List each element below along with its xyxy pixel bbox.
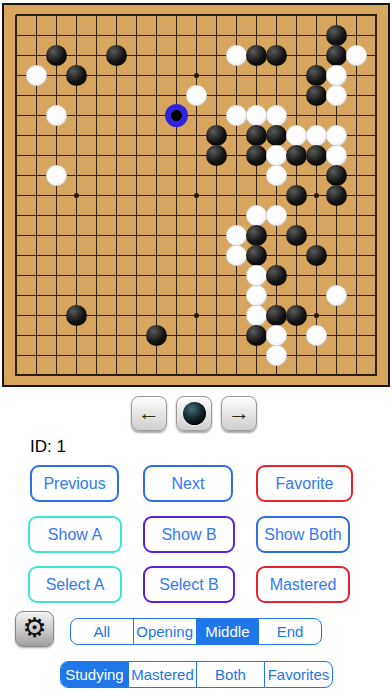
black-stone — [306, 145, 327, 166]
black-stone — [266, 265, 287, 286]
previous-button[interactable]: Previous — [30, 465, 119, 502]
black-stone — [246, 145, 267, 166]
favorite-button[interactable]: Favorite — [256, 465, 353, 502]
grid-line-vertical — [236, 15, 237, 376]
black-stone — [206, 125, 227, 146]
next-button[interactable]: Next — [143, 465, 233, 502]
segment-opening[interactable]: Opening — [133, 619, 196, 644]
segment-studying[interactable]: Studying — [61, 662, 128, 687]
black-stone — [306, 85, 327, 106]
black-stone-last-move — [165, 104, 188, 127]
star-point — [194, 313, 199, 318]
white-stone — [326, 85, 347, 106]
black-stone — [246, 225, 267, 246]
mastered-button[interactable]: Mastered — [256, 566, 350, 603]
grid-line-horizontal — [16, 235, 377, 236]
grid-line-vertical — [156, 15, 157, 376]
black-stone — [286, 145, 307, 166]
segment-mastered[interactable]: Mastered — [128, 662, 196, 687]
white-stone — [306, 325, 327, 346]
segment-end[interactable]: End — [258, 619, 321, 644]
white-stone — [246, 305, 267, 326]
white-stone — [46, 105, 67, 126]
white-stone — [246, 205, 267, 226]
grid-line-vertical — [176, 15, 177, 376]
white-stone — [266, 145, 287, 166]
stone-toggle-button[interactable] — [176, 396, 212, 431]
show-b-button[interactable]: Show B — [143, 516, 235, 553]
grid-line-horizontal — [16, 215, 377, 216]
white-stone — [246, 285, 267, 306]
black-stone — [266, 45, 287, 66]
show-a-button[interactable]: Show A — [28, 516, 122, 553]
grid-line-vertical — [216, 15, 217, 376]
problem-id-label: ID: 1 — [30, 437, 66, 457]
white-stone — [326, 65, 347, 86]
white-stone — [46, 165, 67, 186]
white-stone — [286, 125, 307, 146]
black-stone — [266, 305, 287, 326]
previous-move-button[interactable]: ← — [131, 396, 167, 431]
white-stone — [226, 225, 247, 246]
grid-line-vertical — [116, 15, 117, 376]
star-point — [314, 193, 319, 198]
star-point — [314, 313, 319, 318]
white-stone — [186, 85, 207, 106]
grid-line-horizontal — [16, 374, 377, 376]
star-point — [194, 193, 199, 198]
select-b-button[interactable]: Select B — [143, 566, 235, 603]
phase-filter-control[interactable]: AllOpeningMiddleEnd — [70, 618, 322, 645]
grid-line-horizontal — [16, 55, 377, 56]
black-stone — [286, 185, 307, 206]
grid-line-horizontal — [16, 115, 377, 116]
grid-line-vertical — [56, 15, 57, 376]
show-both-button[interactable]: Show Both — [256, 516, 350, 553]
black-stone — [326, 185, 347, 206]
black-stone — [246, 245, 267, 266]
board-grid — [16, 15, 377, 376]
segment-middle[interactable]: Middle — [196, 619, 259, 644]
next-move-button[interactable]: → — [221, 396, 257, 431]
black-stone — [146, 325, 167, 346]
white-stone — [226, 45, 247, 66]
grid-line-vertical — [96, 15, 97, 376]
grid-line-horizontal — [16, 175, 377, 176]
black-stone — [246, 325, 267, 346]
white-stone — [346, 45, 367, 66]
settings-button[interactable]: ⚙ — [15, 611, 54, 647]
star-point — [194, 73, 199, 78]
black-stone — [286, 225, 307, 246]
white-stone — [266, 345, 287, 366]
black-stone-icon — [183, 402, 206, 425]
grid-line-horizontal — [16, 35, 377, 36]
black-stone — [46, 45, 67, 66]
white-stone — [266, 105, 287, 126]
black-stone — [246, 125, 267, 146]
white-stone — [226, 245, 247, 266]
black-stone — [266, 125, 287, 146]
select-a-button[interactable]: Select A — [28, 566, 122, 603]
grid-line-vertical — [15, 15, 17, 376]
black-stone — [326, 25, 347, 46]
grid-line-horizontal — [16, 295, 377, 296]
star-point — [74, 193, 79, 198]
white-stone — [326, 145, 347, 166]
segment-both[interactable]: Both — [196, 662, 264, 687]
black-stone — [66, 65, 87, 86]
white-stone — [266, 165, 287, 186]
white-stone — [246, 265, 267, 286]
black-stone — [66, 305, 87, 326]
white-stone — [306, 125, 327, 146]
grid-line-vertical — [356, 15, 357, 376]
black-stone — [326, 45, 347, 66]
white-stone — [26, 65, 47, 86]
black-stone — [106, 45, 127, 66]
black-stone — [206, 145, 227, 166]
right-arrow-icon: → — [228, 402, 250, 424]
white-stone — [266, 325, 287, 346]
black-stone — [306, 65, 327, 86]
grid-line-vertical — [136, 15, 137, 376]
black-stone — [306, 245, 327, 266]
black-stone — [246, 45, 267, 66]
grid-line-horizontal — [16, 355, 377, 356]
black-stone — [326, 165, 347, 186]
gear-icon: ⚙ — [22, 615, 46, 642]
left-arrow-icon: ← — [138, 402, 160, 424]
white-stone — [326, 285, 347, 306]
black-stone — [286, 305, 307, 326]
grid-line-horizontal — [16, 275, 377, 276]
white-stone — [326, 125, 347, 146]
white-stone — [266, 205, 287, 226]
segment-all[interactable]: All — [71, 619, 133, 644]
status-filter-control[interactable]: StudyingMasteredBothFavorites — [60, 661, 333, 688]
white-stone — [246, 105, 267, 126]
grid-line-vertical — [375, 15, 377, 376]
grid-line-horizontal — [16, 14, 377, 16]
go-board[interactable] — [2, 3, 390, 387]
segment-favorites[interactable]: Favorites — [264, 662, 332, 687]
white-stone — [226, 105, 247, 126]
